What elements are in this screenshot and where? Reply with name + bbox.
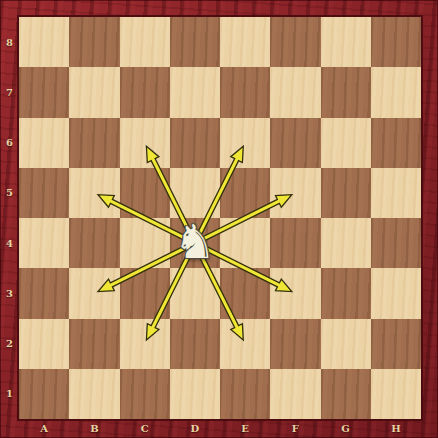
white-knight-piece[interactable]: ♞ (170, 216, 220, 266)
rank-label-7: 7 (0, 67, 19, 117)
rank-label-4: 4 (0, 218, 19, 268)
file-label-b: B (69, 419, 119, 438)
file-labels: ABCDEFGH (19, 419, 421, 438)
file-label-d: D (170, 419, 220, 438)
board-area: ♞ (19, 17, 421, 419)
chess-trainer-window: 87654321 ABCDEFGH ♞ (0, 0, 438, 438)
rank-label-8: 8 (0, 17, 19, 67)
rank-label-3: 3 (0, 268, 19, 318)
file-label-a: A (19, 419, 69, 438)
piece-layer: ♞ (19, 17, 421, 419)
file-label-g: G (321, 419, 371, 438)
rank-labels: 87654321 (0, 17, 19, 419)
rank-label-6: 6 (0, 118, 19, 168)
rank-label-2: 2 (0, 319, 19, 369)
rank-label-5: 5 (0, 168, 19, 218)
file-label-c: C (120, 419, 170, 438)
file-label-f: F (270, 419, 320, 438)
rank-label-1: 1 (0, 369, 19, 419)
file-label-e: E (220, 419, 270, 438)
file-label-h: H (371, 419, 421, 438)
